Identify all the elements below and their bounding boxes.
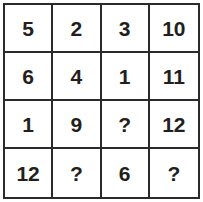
- cell-r3c0: 12: [5, 149, 53, 197]
- cell-r3c3: ?: [150, 149, 198, 197]
- cell-r1c0: 6: [5, 53, 53, 101]
- cell-r0c0: 5: [5, 5, 53, 53]
- cell-r0c3: 10: [150, 5, 198, 53]
- cell-r2c1: 9: [53, 101, 101, 149]
- cell-r3c1: ?: [53, 149, 101, 197]
- cell-r1c2: 1: [102, 53, 150, 101]
- cell-r2c2: ?: [102, 101, 150, 149]
- puzzle-board: 5 2 3 10 6 4 1 11 1 9 ? 12 12 ? 6 ?: [3, 3, 200, 199]
- cell-r1c3: 11: [150, 53, 198, 101]
- cell-r0c1: 2: [53, 5, 101, 53]
- cell-r0c2: 3: [102, 5, 150, 53]
- puzzle-page: 5 2 3 10 6 4 1 11 1 9 ? 12 12 ? 6 ?: [0, 0, 203, 202]
- cell-r3c2: 6: [102, 149, 150, 197]
- cell-r2c0: 1: [5, 101, 53, 149]
- cell-r1c1: 4: [53, 53, 101, 101]
- cell-r2c3: 12: [150, 101, 198, 149]
